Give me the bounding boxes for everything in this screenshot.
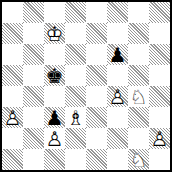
- square-g3[interactable]: [128, 107, 149, 128]
- square-g5[interactable]: [128, 65, 149, 86]
- square-c8[interactable]: [44, 2, 65, 23]
- square-h6[interactable]: [149, 44, 170, 65]
- square-a4[interactable]: [2, 86, 23, 107]
- white-piece-outline: ♙: [46, 128, 64, 148]
- white-pawn-icon: ♟♙: [149, 128, 170, 149]
- square-b7[interactable]: [23, 23, 44, 44]
- square-g4[interactable]: ♞♘: [128, 86, 149, 107]
- square-a8[interactable]: [2, 2, 23, 23]
- square-h3[interactable]: [149, 107, 170, 128]
- square-d6[interactable]: [65, 44, 86, 65]
- square-e4[interactable]: [86, 86, 107, 107]
- square-d2[interactable]: [65, 128, 86, 149]
- black-piece-glyph: ♚: [46, 65, 64, 85]
- black-piece-glyph: ♟: [46, 107, 64, 127]
- square-c5[interactable]: ♚: [44, 65, 65, 86]
- square-b8[interactable]: [23, 2, 44, 23]
- black-pawn-icon: ♟: [107, 44, 128, 65]
- square-b1[interactable]: [23, 149, 44, 170]
- square-c3[interactable]: ♟: [44, 107, 65, 128]
- square-c1[interactable]: [44, 149, 65, 170]
- square-h4[interactable]: [149, 86, 170, 107]
- square-b2[interactable]: [23, 128, 44, 149]
- square-d1[interactable]: [65, 149, 86, 170]
- black-piece-glyph: ♟: [109, 44, 127, 64]
- white-piece-outline: ♙: [151, 128, 169, 148]
- square-a1[interactable]: [2, 149, 23, 170]
- square-c4[interactable]: [44, 86, 65, 107]
- square-f8[interactable]: [107, 2, 128, 23]
- square-a7[interactable]: [2, 23, 23, 44]
- square-f3[interactable]: [107, 107, 128, 128]
- square-d4[interactable]: [65, 86, 86, 107]
- square-e3[interactable]: [86, 107, 107, 128]
- square-e7[interactable]: [86, 23, 107, 44]
- square-c2[interactable]: ♟♙: [44, 128, 65, 149]
- white-piece-outline: ♔: [46, 23, 64, 43]
- square-d3[interactable]: ♝♗: [65, 107, 86, 128]
- chess-board: ♚♔♟♚♟♙♞♘♟♙♟♝♗♟♙♟♙♞♘: [0, 0, 172, 172]
- square-g6[interactable]: [128, 44, 149, 65]
- white-piece-outline: ♗: [67, 107, 85, 127]
- white-piece-outline: ♘: [130, 149, 148, 169]
- white-pawn-icon: ♟♙: [107, 86, 128, 107]
- white-knight-icon: ♞♘: [128, 86, 149, 107]
- square-g8[interactable]: [128, 2, 149, 23]
- square-a3[interactable]: ♟♙: [2, 107, 23, 128]
- square-d5[interactable]: [65, 65, 86, 86]
- black-king-icon: ♚: [44, 65, 65, 86]
- square-f6[interactable]: ♟: [107, 44, 128, 65]
- square-f4[interactable]: ♟♙: [107, 86, 128, 107]
- square-h8[interactable]: [149, 2, 170, 23]
- square-e1[interactable]: [86, 149, 107, 170]
- square-f1[interactable]: [107, 149, 128, 170]
- square-b4[interactable]: [23, 86, 44, 107]
- square-a5[interactable]: [2, 65, 23, 86]
- white-bishop-icon: ♝♗: [65, 107, 86, 128]
- white-piece-outline: ♙: [109, 86, 127, 106]
- square-g2[interactable]: [128, 128, 149, 149]
- square-b6[interactable]: [23, 44, 44, 65]
- white-pawn-icon: ♟♙: [44, 128, 65, 149]
- square-a6[interactable]: [2, 44, 23, 65]
- white-piece-outline: ♘: [130, 86, 148, 106]
- square-d8[interactable]: [65, 2, 86, 23]
- white-knight-icon: ♞♘: [128, 149, 149, 170]
- square-c6[interactable]: [44, 44, 65, 65]
- square-f2[interactable]: [107, 128, 128, 149]
- square-h5[interactable]: [149, 65, 170, 86]
- square-e8[interactable]: [86, 2, 107, 23]
- square-e5[interactable]: [86, 65, 107, 86]
- square-d7[interactable]: [65, 23, 86, 44]
- white-king-icon: ♚♔: [44, 23, 65, 44]
- white-piece-outline: ♙: [4, 107, 22, 127]
- black-pawn-icon: ♟: [44, 107, 65, 128]
- square-g7[interactable]: [128, 23, 149, 44]
- square-h1[interactable]: [149, 149, 170, 170]
- square-b3[interactable]: [23, 107, 44, 128]
- square-a2[interactable]: [2, 128, 23, 149]
- white-pawn-icon: ♟♙: [2, 107, 23, 128]
- square-e2[interactable]: [86, 128, 107, 149]
- square-e6[interactable]: [86, 44, 107, 65]
- square-f7[interactable]: [107, 23, 128, 44]
- square-h2[interactable]: ♟♙: [149, 128, 170, 149]
- square-f5[interactable]: [107, 65, 128, 86]
- square-g1[interactable]: ♞♘: [128, 149, 149, 170]
- square-b5[interactable]: [23, 65, 44, 86]
- square-h7[interactable]: [149, 23, 170, 44]
- square-c7[interactable]: ♚♔: [44, 23, 65, 44]
